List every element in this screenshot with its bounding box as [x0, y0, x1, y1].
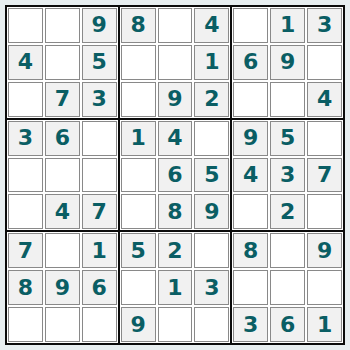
cell-r8c6[interactable]: 3: [194, 270, 229, 305]
cell-r6c5[interactable]: 8: [158, 194, 193, 229]
box-7: 71896: [7, 232, 118, 343]
cell-r6c4[interactable]: [121, 194, 156, 229]
cell-r5c6[interactable]: 5: [194, 158, 229, 193]
cell-r3c2[interactable]: 7: [45, 82, 80, 117]
cell-r7c1[interactable]: 7: [8, 233, 43, 268]
cell-r4c1[interactable]: 3: [8, 121, 43, 156]
cell-r3c3[interactable]: 3: [82, 82, 117, 117]
cell-r1c7[interactable]: [233, 8, 268, 43]
cell-r5c5[interactable]: 6: [158, 158, 193, 193]
cell-r3c1[interactable]: [8, 82, 43, 117]
cell-r4c5[interactable]: 4: [158, 121, 193, 156]
cell-r1c9[interactable]: 3: [307, 8, 342, 43]
cell-r9c4[interactable]: 9: [121, 307, 156, 342]
cell-r9c6[interactable]: [194, 307, 229, 342]
cell-r7c8[interactable]: [270, 233, 305, 268]
cell-r5c9[interactable]: 7: [307, 158, 342, 193]
cell-r6c1[interactable]: [8, 194, 43, 229]
cell-r1c6[interactable]: 4: [194, 8, 229, 43]
cell-r6c3[interactable]: 7: [82, 194, 117, 229]
cell-r8c8[interactable]: [270, 270, 305, 305]
cell-r4c6[interactable]: [194, 121, 229, 156]
cell-r7c2[interactable]: [45, 233, 80, 268]
cell-r5c2[interactable]: [45, 158, 80, 193]
cell-r5c1[interactable]: [8, 158, 43, 193]
cell-r3c4[interactable]: [121, 82, 156, 117]
cell-r1c3[interactable]: 9: [82, 8, 117, 43]
box-4: 3647: [7, 120, 118, 231]
cell-r6c8[interactable]: 2: [270, 194, 305, 229]
cell-r9c8[interactable]: 6: [270, 307, 305, 342]
cell-r2c6[interactable]: 1: [194, 45, 229, 80]
cell-r9c1[interactable]: [8, 307, 43, 342]
cell-r1c5[interactable]: [158, 8, 193, 43]
cell-r2c9[interactable]: [307, 45, 342, 80]
cell-r9c3[interactable]: [82, 307, 117, 342]
box-2: 84192: [120, 7, 231, 118]
cell-r2c3[interactable]: 5: [82, 45, 117, 80]
cell-r7c4[interactable]: 5: [121, 233, 156, 268]
box-6: 954372: [232, 120, 343, 231]
cell-r2c4[interactable]: [121, 45, 156, 80]
box-1: 94573: [7, 7, 118, 118]
cell-r9c9[interactable]: 1: [307, 307, 342, 342]
cell-r7c6[interactable]: [194, 233, 229, 268]
cell-r9c2[interactable]: [45, 307, 80, 342]
cell-r3c7[interactable]: [233, 82, 268, 117]
cell-r5c3[interactable]: [82, 158, 117, 193]
cell-r2c1[interactable]: 4: [8, 45, 43, 80]
cell-r8c5[interactable]: 1: [158, 270, 193, 305]
cell-r2c8[interactable]: 9: [270, 45, 305, 80]
cell-r7c3[interactable]: 1: [82, 233, 117, 268]
cell-r4c2[interactable]: 6: [45, 121, 80, 156]
cell-r9c7[interactable]: 3: [233, 307, 268, 342]
cell-r9c5[interactable]: [158, 307, 193, 342]
cell-r7c7[interactable]: 8: [233, 233, 268, 268]
box-9: 89361: [232, 232, 343, 343]
cell-r2c2[interactable]: [45, 45, 80, 80]
cell-r8c7[interactable]: [233, 270, 268, 305]
cell-r1c8[interactable]: 1: [270, 8, 305, 43]
cell-r1c4[interactable]: 8: [121, 8, 156, 43]
box-3: 13694: [232, 7, 343, 118]
cell-r4c3[interactable]: [82, 121, 117, 156]
cell-r6c7[interactable]: [233, 194, 268, 229]
cell-r2c7[interactable]: 6: [233, 45, 268, 80]
cell-r8c9[interactable]: [307, 270, 342, 305]
cell-r5c7[interactable]: 4: [233, 158, 268, 193]
cell-r3c9[interactable]: 4: [307, 82, 342, 117]
cell-r5c8[interactable]: 3: [270, 158, 305, 193]
cell-r6c6[interactable]: 9: [194, 194, 229, 229]
cell-r8c3[interactable]: 6: [82, 270, 117, 305]
cell-r1c2[interactable]: [45, 8, 80, 43]
box-8: 52139: [120, 232, 231, 343]
cell-r6c2[interactable]: 4: [45, 194, 80, 229]
cell-r2c5[interactable]: [158, 45, 193, 80]
cell-r1c1[interactable]: [8, 8, 43, 43]
cell-r8c1[interactable]: 8: [8, 270, 43, 305]
cell-r4c4[interactable]: 1: [121, 121, 156, 156]
cell-r3c8[interactable]: [270, 82, 305, 117]
cell-r7c9[interactable]: 9: [307, 233, 342, 268]
cell-r7c5[interactable]: 2: [158, 233, 193, 268]
cell-r4c7[interactable]: 9: [233, 121, 268, 156]
cell-r4c9[interactable]: [307, 121, 342, 156]
cell-r5c4[interactable]: [121, 158, 156, 193]
cell-r3c6[interactable]: 2: [194, 82, 229, 117]
cell-r3c5[interactable]: 9: [158, 82, 193, 117]
cell-r8c2[interactable]: 9: [45, 270, 80, 305]
cell-r6c9[interactable]: [307, 194, 342, 229]
cell-r4c8[interactable]: 5: [270, 121, 305, 156]
sudoku-page: 9457384192136943647146589954372718965213…: [0, 0, 350, 350]
sudoku-board: 9457384192136943647146589954372718965213…: [5, 5, 345, 345]
cell-r8c4[interactable]: [121, 270, 156, 305]
box-5: 146589: [120, 120, 231, 231]
